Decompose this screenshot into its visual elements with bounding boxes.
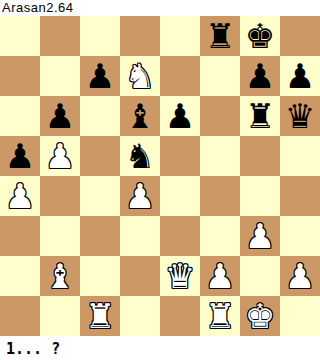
- white-rook[interactable]: ♜: [85, 296, 115, 336]
- black-pawn[interactable]: ♟: [5, 136, 35, 176]
- white-queen[interactable]: ♛: [165, 256, 195, 296]
- black-knight[interactable]: ♞: [125, 136, 155, 176]
- square-a7[interactable]: [0, 56, 40, 96]
- square-f5[interactable]: [200, 136, 240, 176]
- square-h6[interactable]: ♛: [280, 96, 320, 136]
- square-f3[interactable]: [200, 216, 240, 256]
- square-b3[interactable]: [40, 216, 80, 256]
- square-g5[interactable]: [240, 136, 280, 176]
- white-rook[interactable]: ♜: [205, 296, 235, 336]
- black-king[interactable]: ♚: [245, 16, 275, 56]
- square-h2[interactable]: ♟: [280, 256, 320, 296]
- square-f2[interactable]: ♟: [200, 256, 240, 296]
- white-pawn[interactable]: ♟: [125, 176, 155, 216]
- square-e1[interactable]: [160, 296, 200, 336]
- white-pawn[interactable]: ♟: [285, 256, 315, 296]
- square-h4[interactable]: [280, 176, 320, 216]
- square-c3[interactable]: [80, 216, 120, 256]
- square-f1[interactable]: ♜: [200, 296, 240, 336]
- black-pawn[interactable]: ♟: [285, 56, 315, 96]
- white-knight[interactable]: ♞: [125, 56, 155, 96]
- square-e2[interactable]: ♛: [160, 256, 200, 296]
- window-title: Arasan2.64: [0, 0, 320, 16]
- square-b5[interactable]: ♟: [40, 136, 80, 176]
- square-a5[interactable]: ♟: [0, 136, 40, 176]
- square-f7[interactable]: [200, 56, 240, 96]
- square-f4[interactable]: [200, 176, 240, 216]
- square-h8[interactable]: [280, 16, 320, 56]
- black-pawn[interactable]: ♟: [165, 96, 195, 136]
- move-prompt: 1... ?: [0, 336, 320, 360]
- square-h1[interactable]: [280, 296, 320, 336]
- square-a3[interactable]: [0, 216, 40, 256]
- chess-board[interactable]: ♜♚♟♞♟♟♟♝♟♜♛♟♟♞♟♟♟♝♛♟♟♜♜♚: [0, 16, 320, 336]
- chess-window: Arasan2.64 ♜♚♟♞♟♟♟♝♟♜♛♟♟♞♟♟♟♝♛♟♟♜♜♚ 1...…: [0, 0, 320, 360]
- square-a1[interactable]: [0, 296, 40, 336]
- white-pawn[interactable]: ♟: [5, 176, 35, 216]
- black-pawn[interactable]: ♟: [45, 96, 75, 136]
- square-h3[interactable]: [280, 216, 320, 256]
- square-g1[interactable]: ♚: [240, 296, 280, 336]
- square-g7[interactable]: ♟: [240, 56, 280, 96]
- square-c5[interactable]: [80, 136, 120, 176]
- white-king[interactable]: ♚: [245, 296, 275, 336]
- square-d6[interactable]: ♝: [120, 96, 160, 136]
- square-c1[interactable]: ♜: [80, 296, 120, 336]
- square-d4[interactable]: ♟: [120, 176, 160, 216]
- square-a6[interactable]: [0, 96, 40, 136]
- square-c4[interactable]: [80, 176, 120, 216]
- black-rook[interactable]: ♜: [205, 16, 235, 56]
- square-g8[interactable]: ♚: [240, 16, 280, 56]
- square-e5[interactable]: [160, 136, 200, 176]
- square-d8[interactable]: [120, 16, 160, 56]
- white-pawn[interactable]: ♟: [45, 136, 75, 176]
- square-a4[interactable]: ♟: [0, 176, 40, 216]
- square-b4[interactable]: [40, 176, 80, 216]
- white-pawn[interactable]: ♟: [245, 216, 275, 256]
- square-d5[interactable]: ♞: [120, 136, 160, 176]
- black-pawn[interactable]: ♟: [85, 56, 115, 96]
- black-rook[interactable]: ♜: [245, 96, 275, 136]
- white-bishop[interactable]: ♝: [45, 256, 75, 296]
- square-b7[interactable]: [40, 56, 80, 96]
- square-c7[interactable]: ♟: [80, 56, 120, 96]
- square-a8[interactable]: [0, 16, 40, 56]
- square-h5[interactable]: [280, 136, 320, 176]
- square-f6[interactable]: [200, 96, 240, 136]
- square-e7[interactable]: [160, 56, 200, 96]
- square-g2[interactable]: [240, 256, 280, 296]
- square-e4[interactable]: [160, 176, 200, 216]
- black-queen[interactable]: ♛: [285, 96, 315, 136]
- square-d7[interactable]: ♞: [120, 56, 160, 96]
- square-b8[interactable]: [40, 16, 80, 56]
- square-a2[interactable]: [0, 256, 40, 296]
- square-c2[interactable]: [80, 256, 120, 296]
- square-g6[interactable]: ♜: [240, 96, 280, 136]
- square-c8[interactable]: [80, 16, 120, 56]
- square-b6[interactable]: ♟: [40, 96, 80, 136]
- black-bishop[interactable]: ♝: [125, 96, 155, 136]
- black-pawn[interactable]: ♟: [245, 56, 275, 96]
- square-f8[interactable]: ♜: [200, 16, 240, 56]
- square-e3[interactable]: [160, 216, 200, 256]
- square-e8[interactable]: [160, 16, 200, 56]
- square-b2[interactable]: ♝: [40, 256, 80, 296]
- square-d2[interactable]: [120, 256, 160, 296]
- square-b1[interactable]: [40, 296, 80, 336]
- square-g4[interactable]: [240, 176, 280, 216]
- square-c6[interactable]: [80, 96, 120, 136]
- square-e6[interactable]: ♟: [160, 96, 200, 136]
- square-d1[interactable]: [120, 296, 160, 336]
- white-pawn[interactable]: ♟: [205, 256, 235, 296]
- square-h7[interactable]: ♟: [280, 56, 320, 96]
- square-g3[interactable]: ♟: [240, 216, 280, 256]
- square-d3[interactable]: [120, 216, 160, 256]
